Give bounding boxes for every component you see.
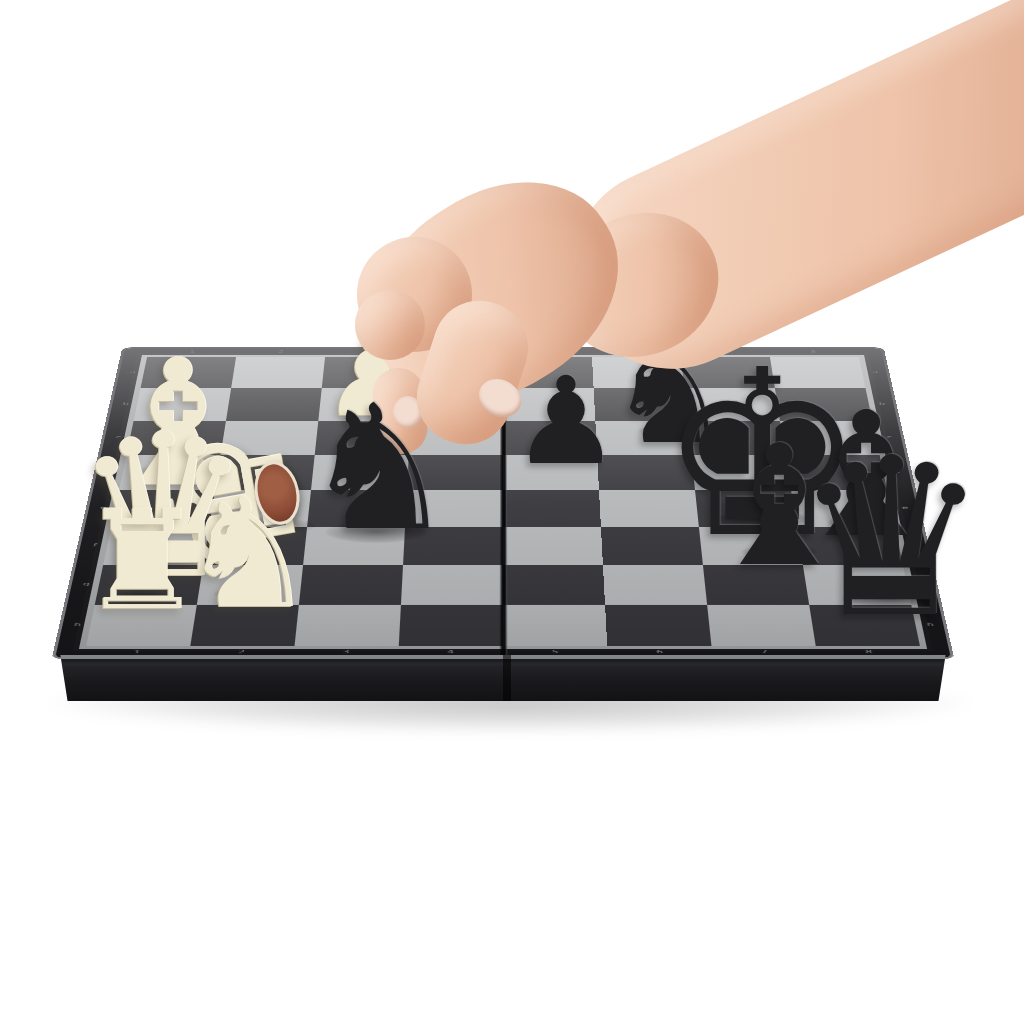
coord-label: 4 xyxy=(442,650,460,654)
board-square-h4[interactable] xyxy=(399,605,503,647)
coord-label: 3 xyxy=(337,650,355,654)
piece-white-rook-h1[interactable]: ♜ xyxy=(81,492,204,629)
coord-label: 2 xyxy=(274,350,289,353)
coord-label: 5 xyxy=(547,650,565,654)
piece-black-queen-g8[interactable]: ♛ xyxy=(793,429,989,648)
coord-label: 6 xyxy=(651,650,669,654)
coord-label: 2 xyxy=(233,650,251,654)
coord-label: 1 xyxy=(128,650,146,654)
board-fold-notch xyxy=(503,655,511,701)
board-square-h5[interactable] xyxy=(503,605,607,647)
curled-middle-finger xyxy=(355,290,425,360)
board-square-g4[interactable] xyxy=(401,565,503,605)
board-square-e5[interactable] xyxy=(503,490,601,527)
coord-label: 7 xyxy=(755,650,773,654)
board-square-h6[interactable] xyxy=(605,605,711,647)
board-square-g5[interactable] xyxy=(503,565,605,605)
photo-scene: 1122334455667788aabbccddeeffgghh ♟♟♞♟♝♚♞… xyxy=(0,0,1024,1024)
board-square-f5[interactable] xyxy=(503,527,603,565)
